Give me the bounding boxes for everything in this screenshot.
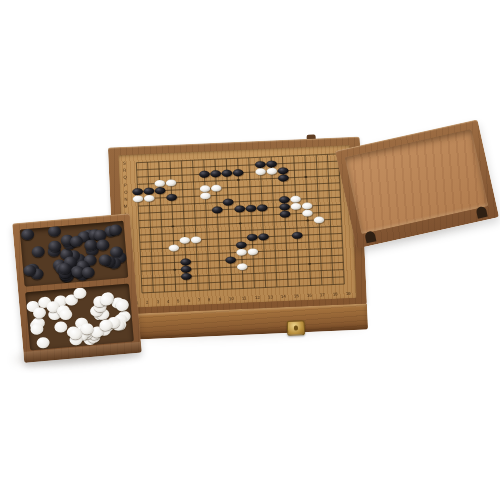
col-label: 17: [320, 293, 325, 297]
row-label: Q: [123, 176, 126, 180]
board-frame: SRQPONMLKJIHGFEDCBA 12345678910111213141…: [108, 137, 367, 316]
brass-clasp: [287, 320, 306, 336]
board-grid-area: [129, 149, 351, 297]
row-label: O: [124, 190, 127, 194]
black-stone-in-box: [31, 246, 45, 258]
black-stone-in-box: [108, 223, 122, 235]
black-stone-in-box: [81, 267, 95, 279]
white-stone-in-box: [30, 323, 44, 335]
white-stone-in-box: [32, 307, 46, 319]
white-stone-in-box: [115, 300, 129, 312]
col-label: 18: [333, 292, 338, 296]
finger-notch-left: [364, 230, 376, 243]
white-stone-in-box: [54, 321, 68, 333]
col-label: 8: [208, 298, 211, 302]
col-label: 19: [346, 292, 351, 296]
col-label: 7: [198, 298, 201, 302]
col-label: 12: [255, 296, 260, 300]
go-board-box: SRQPONMLKJIHGFEDCBA 12345678910111213141…: [108, 137, 368, 341]
col-label: 11: [242, 296, 247, 300]
col-label: 15: [294, 294, 299, 298]
col-label: 10: [229, 297, 234, 301]
tray-interior: [344, 129, 488, 234]
row-label: S: [123, 161, 126, 165]
col-label: 5: [177, 299, 180, 303]
col-label: 2: [146, 300, 149, 304]
row-label: P: [124, 183, 127, 187]
col-label: 3: [156, 300, 159, 304]
col-label: 9: [218, 297, 221, 301]
black-stones-compartment: [20, 221, 129, 287]
black-stone-in-box: [21, 228, 35, 240]
board-grid: [129, 149, 351, 297]
col-label: 14: [281, 294, 286, 298]
col-label: 13: [268, 295, 273, 299]
row-label: R: [123, 168, 126, 172]
white-stones-compartment: [25, 283, 134, 350]
row-label: N: [124, 197, 127, 201]
stone-box: [12, 213, 142, 363]
black-stone-in-box: [69, 235, 83, 247]
board-surface: SRQPONMLKJIHGFEDCBA 12345678910111213141…: [118, 145, 356, 308]
black-stone-in-box: [57, 262, 71, 274]
white-stone-in-box: [73, 287, 87, 299]
go-set-photo: SRQPONMLKJIHGFEDCBA 12345678910111213141…: [0, 0, 500, 500]
white-stone-in-box: [58, 309, 72, 321]
row-label: M: [124, 204, 128, 208]
col-label: 6: [187, 299, 190, 303]
col-label: 4: [167, 299, 170, 303]
finger-notch-right: [476, 206, 488, 219]
black-stone-in-box: [96, 239, 110, 251]
col-label: 16: [307, 293, 312, 297]
black-stone-in-box: [48, 226, 62, 238]
white-stone-in-box: [36, 336, 50, 348]
